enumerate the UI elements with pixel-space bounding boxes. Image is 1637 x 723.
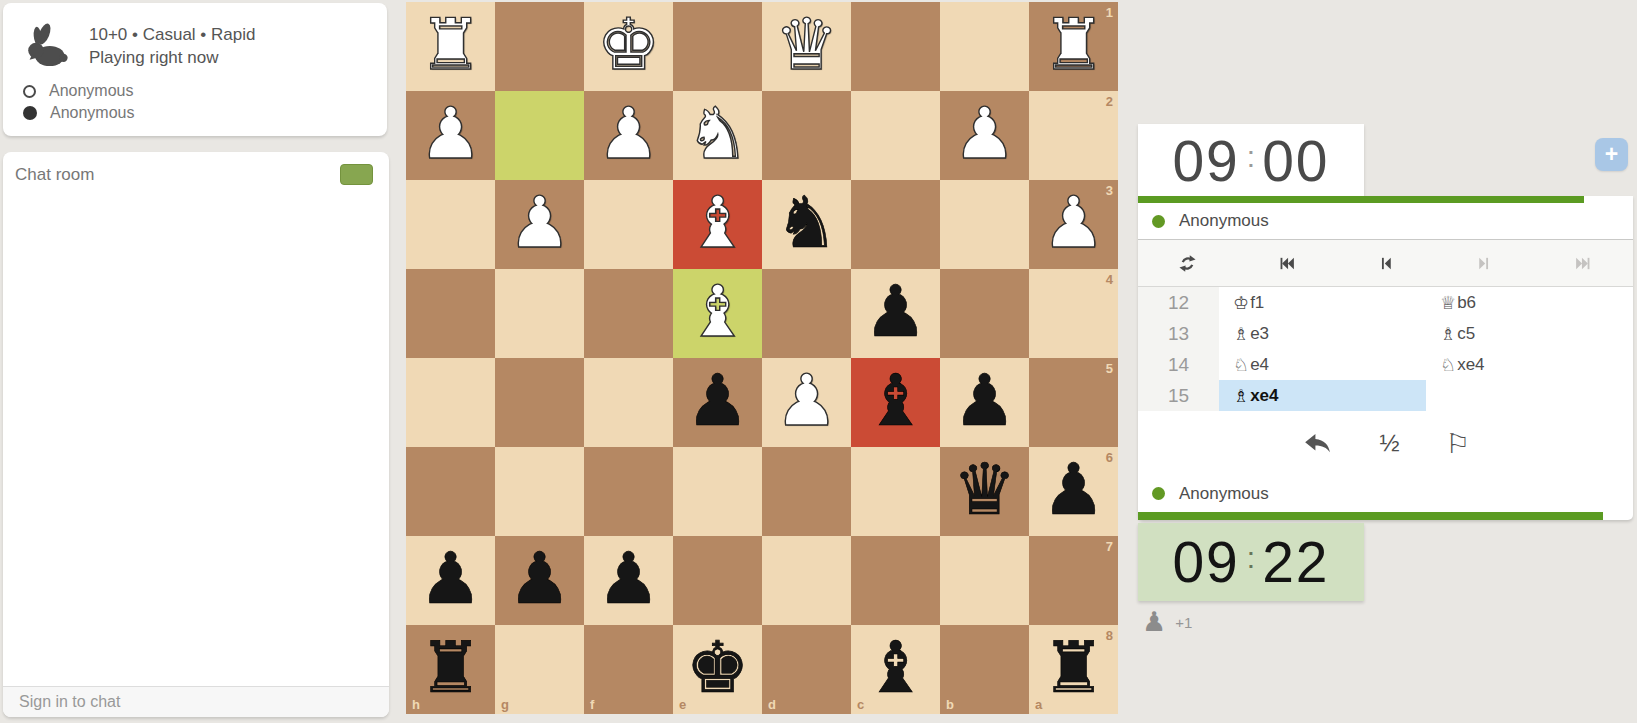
chat-toggle-button[interactable] [340, 164, 373, 185]
white-player-row: Anonymous [23, 81, 134, 101]
square-a1[interactable]: ♜1 [1029, 2, 1118, 91]
square-b2[interactable]: ♟ [940, 91, 1029, 180]
player-name: Anonymous [1179, 484, 1269, 504]
square-h4[interactable] [406, 269, 495, 358]
opponent-clock: 09 : 00 [1138, 124, 1364, 198]
square-b3[interactable] [940, 180, 1029, 269]
square-f4[interactable] [584, 269, 673, 358]
square-g7[interactable]: ♟ [495, 536, 584, 625]
move-12-black[interactable]: ♕b6 [1426, 287, 1633, 318]
black-player-row: Anonymous [23, 103, 135, 123]
square-c6[interactable] [851, 447, 940, 536]
square-h6[interactable] [406, 447, 495, 536]
offer-draw-button[interactable]: ½ [1379, 429, 1399, 457]
material-count: +1 [1175, 614, 1192, 631]
file-label-f: f [590, 697, 594, 712]
square-d5[interactable]: ♟ [762, 358, 851, 447]
first-icon[interactable] [1237, 240, 1336, 286]
player-clock-minutes: 09 [1172, 529, 1239, 595]
chat-messages-area [3, 189, 389, 686]
square-d3[interactable]: ♞ [762, 180, 851, 269]
page: 10+0 • Casual • Rapid Playing right now … [0, 0, 1637, 723]
piece-bP-f7[interactable]: ♟ [584, 536, 673, 625]
piece-wK-f1[interactable]: ♚ [584, 2, 673, 91]
square-a6[interactable]: ♟6 [1029, 447, 1118, 536]
square-c3[interactable] [851, 180, 940, 269]
chat-input-row [3, 686, 389, 717]
opponent-player-row: Anonymous [1138, 203, 1633, 239]
clock-colon: : [1247, 541, 1255, 575]
square-g6[interactable] [495, 447, 584, 536]
piece-bP-a6[interactable]: ♟ [1029, 447, 1118, 536]
move-navigation-bar [1138, 239, 1633, 287]
chat-panel: Chat room [3, 152, 389, 717]
opponent-clock-minutes: 09 [1172, 128, 1239, 194]
move-list: 12♔f1♕b613♗e3♗c514♘e4♘xe415♗xe4 [1138, 287, 1633, 411]
game-info-card: 10+0 • Casual • Rapid Playing right now … [3, 3, 387, 136]
file-label-g: g [501, 697, 509, 712]
square-e3[interactable]: ♝ [673, 180, 762, 269]
piece-wP-d5[interactable]: ♟ [762, 358, 851, 447]
square-g8[interactable]: g [495, 625, 584, 714]
piece-bN-d3[interactable]: ♞ [762, 180, 851, 269]
square-e4[interactable]: ♝ [673, 269, 762, 358]
plus-icon: + [1605, 141, 1618, 168]
next-icon [1435, 240, 1534, 286]
resign-flag-icon[interactable]: ⚐ [1445, 428, 1469, 459]
square-d7[interactable] [762, 536, 851, 625]
move-13-black[interactable]: ♗c5 [1426, 318, 1633, 349]
square-e8[interactable]: ♚e [673, 625, 762, 714]
square-c1[interactable] [851, 2, 940, 91]
rank-label-8: 8 [1106, 628, 1113, 643]
last-icon [1534, 240, 1633, 286]
square-f3[interactable] [584, 180, 673, 269]
player-clock-active: 09 : 22 [1138, 523, 1364, 601]
game-status-label: Playing right now [89, 48, 218, 68]
opponent-name: Anonymous [1179, 211, 1269, 231]
piece-wP-g3[interactable]: ♟ [495, 180, 584, 269]
opponent-clock-seconds: 00 [1262, 128, 1329, 194]
rank-label-4: 4 [1106, 272, 1113, 287]
move-12-white[interactable]: ♔f1 [1219, 287, 1426, 318]
move-number-12: 12 [1138, 287, 1219, 318]
piece-bB-c8[interactable]: ♝ [851, 625, 940, 714]
white-player-name: Anonymous [49, 82, 134, 100]
square-f5[interactable] [584, 358, 673, 447]
piece-wP-b2[interactable]: ♟ [940, 91, 1029, 180]
square-f1[interactable]: ♚ [584, 2, 673, 91]
square-b6[interactable]: ♛ [940, 447, 1029, 536]
cycle-icon[interactable] [1138, 240, 1237, 286]
square-d2[interactable] [762, 91, 851, 180]
square-a8[interactable]: ♜8a [1029, 625, 1118, 714]
online-dot-icon [1152, 215, 1165, 228]
move-15-black [1426, 380, 1633, 411]
square-g5[interactable] [495, 358, 584, 447]
square-h5[interactable] [406, 358, 495, 447]
rabbit-icon [25, 21, 69, 69]
square-d4[interactable] [762, 269, 851, 358]
square-e5[interactable]: ♟ [673, 358, 762, 447]
material-advantage: ♟ +1 [1142, 604, 1192, 640]
square-g3[interactable]: ♟ [495, 180, 584, 269]
square-c4[interactable]: ♟ [851, 269, 940, 358]
white-color-icon [23, 85, 36, 98]
square-b4[interactable] [940, 269, 1029, 358]
square-a2[interactable]: 2 [1029, 91, 1118, 180]
move-14-white[interactable]: ♘e4 [1219, 349, 1426, 380]
captured-pawn-icon: ♟ [1142, 604, 1166, 640]
square-a3[interactable]: ♟3 [1029, 180, 1118, 269]
square-h1[interactable]: ♜ [406, 2, 495, 91]
square-c8[interactable]: ♝c [851, 625, 940, 714]
player-row: Anonymous [1138, 475, 1633, 512]
square-f2[interactable]: ♟ [584, 91, 673, 180]
square-a7[interactable]: 7 [1029, 536, 1118, 625]
piece-bP-g7[interactable]: ♟ [495, 536, 584, 625]
square-d6[interactable] [762, 447, 851, 536]
chat-title: Chat room [15, 165, 94, 185]
square-e2[interactable]: ♞ [673, 91, 762, 180]
square-b7[interactable] [940, 536, 1029, 625]
square-a4[interactable]: 4 [1029, 269, 1118, 358]
square-f6[interactable] [584, 447, 673, 536]
player-time-progress-bar [1138, 512, 1603, 520]
file-label-h: h [412, 697, 420, 712]
square-g1[interactable] [495, 2, 584, 91]
square-f8[interactable]: f [584, 625, 673, 714]
square-e7[interactable] [673, 536, 762, 625]
square-e6[interactable] [673, 447, 762, 536]
zen-plus-button[interactable]: + [1595, 138, 1628, 171]
opponent-time-progress-bar [1138, 196, 1584, 203]
piece-wP-h2[interactable]: ♟ [406, 91, 495, 180]
square-b8[interactable]: b [940, 625, 1029, 714]
move-15-white[interactable]: ♗xe4 [1219, 380, 1426, 411]
piece-bK-e8[interactable]: ♚ [673, 625, 762, 714]
file-label-b: b [946, 697, 954, 712]
rank-label-1: 1 [1106, 5, 1113, 20]
move-number-13: 13 [1138, 318, 1219, 349]
square-h7[interactable]: ♟ [406, 536, 495, 625]
rank-label-5: 5 [1106, 361, 1113, 376]
chat-input[interactable] [3, 692, 388, 712]
piece-wN-e2[interactable]: ♞ [673, 91, 762, 180]
square-a5[interactable]: 5 [1029, 358, 1118, 447]
square-c2[interactable] [851, 91, 940, 180]
piece-wR-a1[interactable]: ♜ [1029, 2, 1118, 91]
black-player-name: Anonymous [50, 104, 135, 122]
move-number-15: 15 [1138, 380, 1219, 411]
takeback-icon[interactable] [1301, 431, 1333, 456]
chess-board[interactable]: ♜♚♛♜1♟♟♞♟2♟♝♞♟3♝♟4♟♟♝♟5♛♟6♟♟♟7♜hgf♚ed♝cb… [406, 2, 1118, 714]
move-13-white[interactable]: ♗e3 [1219, 318, 1426, 349]
square-d8[interactable]: d [762, 625, 851, 714]
square-h3[interactable] [406, 180, 495, 269]
piece-wQ-d1[interactable]: ♛ [762, 2, 851, 91]
square-c5[interactable]: ♝ [851, 358, 940, 447]
piece-bQ-b6[interactable]: ♛ [940, 447, 1029, 536]
piece-wB-e3[interactable]: ♝ [673, 180, 762, 269]
player-clock-seconds: 22 [1262, 529, 1329, 595]
square-b1[interactable] [940, 2, 1029, 91]
move-14-black[interactable]: ♘xe4 [1426, 349, 1633, 380]
prev-icon[interactable] [1336, 240, 1435, 286]
rank-label-2: 2 [1106, 94, 1113, 109]
piece-bP-c4[interactable]: ♟ [851, 269, 940, 358]
rank-label-3: 3 [1106, 183, 1113, 198]
file-label-d: d [768, 697, 776, 712]
piece-wP-a3[interactable]: ♟ [1029, 180, 1118, 269]
file-label-e: e [679, 697, 686, 712]
square-h8[interactable]: ♜h [406, 625, 495, 714]
game-actions-row: ½ ⚐ [1138, 411, 1633, 475]
square-b5[interactable]: ♟ [940, 358, 1029, 447]
piece-wR-h1[interactable]: ♜ [406, 2, 495, 91]
clock-colon: : [1247, 140, 1255, 174]
piece-wB-e4[interactable]: ♝ [673, 269, 762, 358]
chat-header: Chat room [3, 152, 389, 189]
square-h2[interactable]: ♟ [406, 91, 495, 180]
rank-label-6: 6 [1106, 450, 1113, 465]
game-controls-card: Anonymous 12♔f1♕b613♗e3♗c514♘e4♘xe415♗xe… [1138, 196, 1633, 520]
piece-bP-e5[interactable]: ♟ [673, 358, 762, 447]
piece-bB-c5[interactable]: ♝ [851, 358, 940, 447]
move-number-14: 14 [1138, 349, 1219, 380]
piece-bP-b5[interactable]: ♟ [940, 358, 1029, 447]
square-g2[interactable] [495, 91, 584, 180]
black-color-icon [23, 106, 37, 120]
rank-label-7: 7 [1106, 539, 1113, 554]
piece-wP-f2[interactable]: ♟ [584, 91, 673, 180]
online-dot-icon [1152, 487, 1165, 500]
square-e1[interactable] [673, 2, 762, 91]
square-d1[interactable]: ♛ [762, 2, 851, 91]
piece-bP-h7[interactable]: ♟ [406, 536, 495, 625]
file-label-a: a [1035, 697, 1042, 712]
square-c7[interactable] [851, 536, 940, 625]
file-label-c: c [857, 697, 864, 712]
piece-bR-a8[interactable]: ♜ [1029, 625, 1118, 714]
square-g4[interactable] [495, 269, 584, 358]
time-control-label: 10+0 • Casual • Rapid [89, 25, 255, 45]
square-f7[interactable]: ♟ [584, 536, 673, 625]
